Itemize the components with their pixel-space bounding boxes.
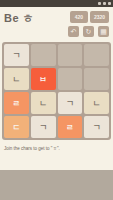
undo-icon: ↶ bbox=[71, 28, 77, 35]
tile-ㄱ: ㄱ bbox=[4, 44, 29, 66]
empty-cell bbox=[31, 44, 56, 66]
leaderboard-icon: ▦ bbox=[100, 28, 107, 35]
header: Be ㅎ 420 2320 ↶ ↻ ▦ bbox=[0, 7, 113, 39]
app-window: Be ㅎ 420 2320 ↶ ↻ ▦ ㄱㄴㅂㄹㄴㄱㄴㄷㄱㄹㄱ Join the… bbox=[0, 0, 113, 200]
tile-ㄱ: ㄱ bbox=[58, 92, 83, 114]
tile-ㄴ: ㄴ bbox=[4, 68, 29, 90]
score-badges: 420 2320 bbox=[70, 11, 109, 23]
tile-ㄴ: ㄴ bbox=[84, 92, 109, 114]
score-badge: 420 bbox=[70, 11, 88, 23]
instruction-text: Join the chars to get to "ㅎ". bbox=[0, 140, 113, 151]
header-buttons: ↶ ↻ ▦ bbox=[68, 26, 109, 37]
tile-ㄹ: ㄹ bbox=[4, 92, 29, 114]
best-score-badge: 2320 bbox=[90, 11, 109, 23]
empty-cell bbox=[58, 44, 83, 66]
signal-icon bbox=[98, 2, 101, 5]
status-bar bbox=[0, 0, 113, 7]
tile-ㄹ: ㄹ bbox=[58, 116, 83, 138]
tile-ㄱ: ㄱ bbox=[31, 116, 56, 138]
tile-ㄴ: ㄴ bbox=[31, 92, 56, 114]
tile-ㅂ: ㅂ bbox=[31, 68, 56, 90]
undo-button[interactable]: ↶ bbox=[68, 26, 79, 37]
empty-cell bbox=[84, 68, 109, 90]
restart-button[interactable]: ↻ bbox=[83, 26, 94, 37]
empty-cell bbox=[58, 68, 83, 90]
bottom-banner bbox=[0, 170, 113, 200]
wifi-icon bbox=[103, 2, 106, 5]
restart-icon: ↻ bbox=[86, 28, 92, 35]
tile-ㄱ: ㄱ bbox=[84, 116, 109, 138]
board[interactable]: ㄱㄴㅂㄹㄴㄱㄴㄷㄱㄹㄱ bbox=[2, 42, 111, 140]
tile-ㄷ: ㄷ bbox=[4, 116, 29, 138]
battery-icon bbox=[108, 2, 111, 5]
empty-cell bbox=[84, 44, 109, 66]
app-title: Be ㅎ bbox=[4, 11, 34, 37]
leaderboard-button[interactable]: ▦ bbox=[98, 26, 109, 37]
header-right: 420 2320 ↶ ↻ ▦ bbox=[68, 11, 109, 37]
